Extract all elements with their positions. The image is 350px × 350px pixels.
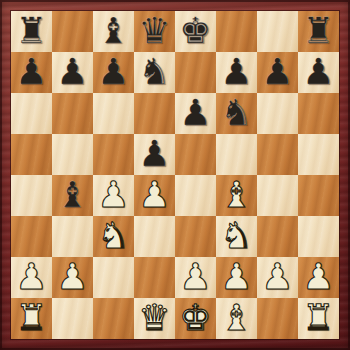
- square-c1[interactable]: [93, 298, 134, 339]
- square-e2[interactable]: ♟: [175, 257, 216, 298]
- square-f6[interactable]: ♞: [216, 93, 257, 134]
- square-c8[interactable]: ♝: [93, 11, 134, 52]
- square-h8[interactable]: ♜: [298, 11, 339, 52]
- chess-app: ♜♝♛♚♜♟♟♟♞♟♟♟♟♞♟♝♟♟♝♞♞♟♟♟♟♟♟♜♛♚♝♜: [0, 0, 350, 350]
- square-d6[interactable]: [134, 93, 175, 134]
- white-knight-f3[interactable]: ♞: [220, 215, 252, 256]
- black-bishop-c8[interactable]: ♝: [97, 10, 129, 51]
- square-b8[interactable]: [52, 11, 93, 52]
- square-g7[interactable]: ♟: [257, 52, 298, 93]
- black-pawn-f7[interactable]: ♟: [220, 51, 252, 92]
- square-d2[interactable]: [134, 257, 175, 298]
- square-d4[interactable]: ♟: [134, 175, 175, 216]
- square-c6[interactable]: [93, 93, 134, 134]
- square-c7[interactable]: ♟: [93, 52, 134, 93]
- black-king-e8[interactable]: ♚: [179, 10, 211, 51]
- square-a1[interactable]: ♜: [11, 298, 52, 339]
- square-e1[interactable]: ♚: [175, 298, 216, 339]
- white-pawn-f2[interactable]: ♟: [220, 256, 252, 297]
- black-bishop-b4[interactable]: ♝: [56, 174, 88, 215]
- white-rook-h1[interactable]: ♜: [302, 297, 334, 338]
- square-h4[interactable]: [298, 175, 339, 216]
- square-h1[interactable]: ♜: [298, 298, 339, 339]
- square-h2[interactable]: ♟: [298, 257, 339, 298]
- square-a6[interactable]: [11, 93, 52, 134]
- black-pawn-d5[interactable]: ♟: [138, 133, 170, 174]
- square-g5[interactable]: [257, 134, 298, 175]
- black-knight-d7[interactable]: ♞: [138, 51, 170, 92]
- square-h5[interactable]: [298, 134, 339, 175]
- chess-board: ♜♝♛♚♜♟♟♟♞♟♟♟♟♞♟♝♟♟♝♞♞♟♟♟♟♟♟♜♛♚♝♜: [11, 11, 339, 339]
- square-f7[interactable]: ♟: [216, 52, 257, 93]
- square-e3[interactable]: [175, 216, 216, 257]
- square-g3[interactable]: [257, 216, 298, 257]
- square-b5[interactable]: [52, 134, 93, 175]
- white-bishop-f1[interactable]: ♝: [220, 297, 252, 338]
- white-queen-d1[interactable]: ♛: [138, 297, 170, 338]
- square-e7[interactable]: [175, 52, 216, 93]
- square-c5[interactable]: [93, 134, 134, 175]
- black-pawn-b7[interactable]: ♟: [56, 51, 88, 92]
- square-a3[interactable]: [11, 216, 52, 257]
- square-d1[interactable]: ♛: [134, 298, 175, 339]
- square-d8[interactable]: ♛: [134, 11, 175, 52]
- square-a7[interactable]: ♟: [11, 52, 52, 93]
- square-e5[interactable]: [175, 134, 216, 175]
- square-e6[interactable]: ♟: [175, 93, 216, 134]
- square-h3[interactable]: [298, 216, 339, 257]
- square-b4[interactable]: ♝: [52, 175, 93, 216]
- white-pawn-g2[interactable]: ♟: [261, 256, 293, 297]
- square-g1[interactable]: [257, 298, 298, 339]
- square-a8[interactable]: ♜: [11, 11, 52, 52]
- square-g6[interactable]: [257, 93, 298, 134]
- white-pawn-c4[interactable]: ♟: [97, 174, 129, 215]
- black-rook-a8[interactable]: ♜: [15, 10, 47, 51]
- white-pawn-d4[interactable]: ♟: [138, 174, 170, 215]
- square-c2[interactable]: [93, 257, 134, 298]
- square-a4[interactable]: [11, 175, 52, 216]
- square-b2[interactable]: ♟: [52, 257, 93, 298]
- white-pawn-h2[interactable]: ♟: [302, 256, 334, 297]
- square-f3[interactable]: ♞: [216, 216, 257, 257]
- square-d3[interactable]: [134, 216, 175, 257]
- black-rook-h8[interactable]: ♜: [302, 10, 334, 51]
- black-queen-d8[interactable]: ♛: [138, 10, 170, 51]
- square-g4[interactable]: [257, 175, 298, 216]
- black-pawn-a7[interactable]: ♟: [15, 51, 47, 92]
- black-pawn-e6[interactable]: ♟: [179, 92, 211, 133]
- white-rook-a1[interactable]: ♜: [15, 297, 47, 338]
- square-h6[interactable]: [298, 93, 339, 134]
- black-pawn-g7[interactable]: ♟: [261, 51, 293, 92]
- white-pawn-a2[interactable]: ♟: [15, 256, 47, 297]
- square-h7[interactable]: ♟: [298, 52, 339, 93]
- white-knight-c3[interactable]: ♞: [97, 215, 129, 256]
- square-a2[interactable]: ♟: [11, 257, 52, 298]
- square-c4[interactable]: ♟: [93, 175, 134, 216]
- square-f1[interactable]: ♝: [216, 298, 257, 339]
- black-pawn-h7[interactable]: ♟: [302, 51, 334, 92]
- square-f5[interactable]: [216, 134, 257, 175]
- square-b3[interactable]: [52, 216, 93, 257]
- white-bishop-f4[interactable]: ♝: [220, 174, 252, 215]
- square-c3[interactable]: ♞: [93, 216, 134, 257]
- white-pawn-e2[interactable]: ♟: [179, 256, 211, 297]
- square-b1[interactable]: [52, 298, 93, 339]
- square-d7[interactable]: ♞: [134, 52, 175, 93]
- black-knight-f6[interactable]: ♞: [220, 92, 252, 133]
- square-g8[interactable]: [257, 11, 298, 52]
- square-g2[interactable]: ♟: [257, 257, 298, 298]
- white-king-e1[interactable]: ♚: [179, 297, 211, 338]
- square-e4[interactable]: [175, 175, 216, 216]
- square-b7[interactable]: ♟: [52, 52, 93, 93]
- square-f8[interactable]: [216, 11, 257, 52]
- square-d5[interactable]: ♟: [134, 134, 175, 175]
- square-b6[interactable]: [52, 93, 93, 134]
- square-f2[interactable]: ♟: [216, 257, 257, 298]
- white-pawn-b2[interactable]: ♟: [56, 256, 88, 297]
- square-f4[interactable]: ♝: [216, 175, 257, 216]
- black-pawn-c7[interactable]: ♟: [97, 51, 129, 92]
- board-frame: ♜♝♛♚♜♟♟♟♞♟♟♟♟♞♟♝♟♟♝♞♞♟♟♟♟♟♟♜♛♚♝♜: [0, 0, 350, 350]
- square-e8[interactable]: ♚: [175, 11, 216, 52]
- square-a5[interactable]: [11, 134, 52, 175]
